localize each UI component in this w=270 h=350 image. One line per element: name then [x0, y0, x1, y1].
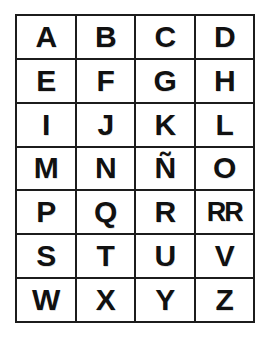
letter-cell-V: V: [195, 234, 255, 278]
letter-cell-G: G: [135, 59, 195, 103]
letter-cell-O: O: [195, 147, 255, 191]
letter-cell-U: U: [135, 234, 195, 278]
letter-cell-K: K: [135, 103, 195, 147]
letter-cell-F: F: [76, 59, 136, 103]
letter-cell-Z: Z: [195, 278, 255, 322]
letter-cell-E: E: [16, 59, 76, 103]
letter-cell-P: P: [16, 190, 76, 234]
letter-cell-C: C: [135, 15, 195, 59]
letter-cell-D: D: [195, 15, 255, 59]
letter-cell-RR: RR: [195, 190, 255, 234]
letter-cell-W: W: [16, 278, 76, 322]
letter-cell-R: R: [135, 190, 195, 234]
letter-cell-L: L: [195, 103, 255, 147]
letter-cell-I: I: [16, 103, 76, 147]
alphabet-grid: ABCDEFGHIJKLMNÑOPQRRRSTUVWXYZ: [15, 14, 255, 323]
letter-cell-H: H: [195, 59, 255, 103]
letter-cell-X: X: [76, 278, 136, 322]
letter-cell-M: M: [16, 147, 76, 191]
letter-cell-A: A: [16, 15, 76, 59]
letter-cell-Y: Y: [135, 278, 195, 322]
letter-cell-Q: Q: [76, 190, 136, 234]
worksheet-page: ABCDEFGHIJKLMNÑOPQRRRSTUVWXYZ: [0, 0, 270, 350]
letter-cell-T: T: [76, 234, 136, 278]
letter-cell-J: J: [76, 103, 136, 147]
letter-cell-N: N: [76, 147, 136, 191]
letter-cell-S: S: [16, 234, 76, 278]
letter-cell-B: B: [76, 15, 136, 59]
letter-cell-Ñ: Ñ: [135, 147, 195, 191]
